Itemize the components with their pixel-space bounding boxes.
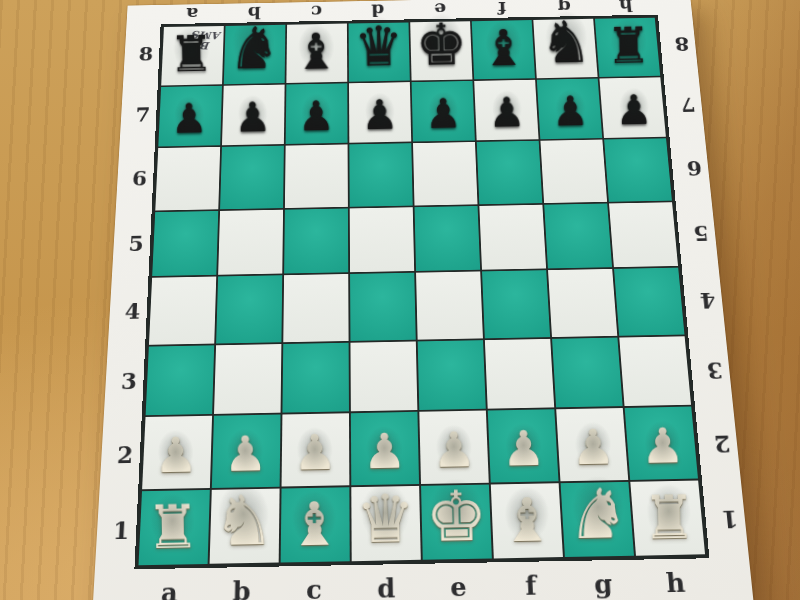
square-e4[interactable] [416, 271, 483, 339]
piece-white-rook[interactable]: ♜ [145, 498, 200, 556]
square-g6[interactable] [540, 140, 607, 203]
square-f3[interactable] [485, 338, 554, 408]
square-a5[interactable] [152, 211, 218, 276]
coordinate-label: 7 [121, 104, 157, 127]
piece-white-king[interactable]: ♚ [425, 484, 488, 551]
square-g3[interactable] [552, 337, 623, 407]
piece-black-pawn[interactable]: ♟ [171, 100, 208, 139]
coordinate-label: 5 [113, 231, 151, 256]
coordinate-label: c [278, 574, 351, 600]
square-e1[interactable]: ♚ [421, 484, 492, 560]
piece-white-rook[interactable]: ♜ [642, 488, 697, 546]
piece-black-bishop[interactable]: ♝ [294, 28, 339, 76]
coordinate-label: 8 [124, 43, 160, 66]
square-d6[interactable] [349, 143, 412, 206]
piece-black-queen[interactable]: ♛ [354, 21, 404, 74]
piece-white-pawn[interactable]: ♟ [293, 430, 337, 477]
piece-white-bishop[interactable]: ♝ [500, 491, 555, 549]
piece-black-pawn[interactable]: ♟ [425, 95, 462, 134]
square-e5[interactable] [415, 206, 481, 271]
piece-black-knight[interactable]: ♞ [228, 21, 280, 76]
square-a1[interactable]: ♜ [139, 489, 210, 565]
piece-black-pawn[interactable]: ♟ [361, 96, 398, 135]
piece-white-knight[interactable]: ♞ [212, 488, 275, 555]
coordinate-label: 1 [96, 516, 137, 545]
coordinate-label: 6 [117, 166, 154, 190]
square-b1[interactable]: ♞ [210, 488, 280, 564]
square-f4[interactable] [482, 270, 550, 338]
square-e8[interactable]: ♚ [410, 21, 472, 80]
square-a7[interactable]: ♟ [158, 85, 222, 146]
square-d5[interactable] [350, 207, 414, 272]
square-g5[interactable] [544, 203, 612, 268]
piece-white-bishop[interactable]: ♝ [287, 495, 342, 553]
square-b3[interactable] [214, 344, 281, 414]
square-c7[interactable]: ♟ [286, 83, 348, 144]
square-b4[interactable] [216, 275, 282, 343]
square-b5[interactable] [218, 209, 283, 274]
piece-black-pawn[interactable]: ♟ [488, 94, 525, 133]
square-d8[interactable]: ♛ [349, 22, 410, 81]
square-c1[interactable]: ♝ [281, 487, 350, 563]
coordinate-label: 7 [665, 93, 702, 116]
square-a4[interactable] [149, 277, 216, 345]
square-f5[interactable] [479, 204, 546, 269]
piece-black-knight[interactable]: ♞ [540, 15, 592, 70]
square-g4[interactable] [548, 269, 617, 337]
square-a6[interactable] [155, 147, 220, 210]
square-f6[interactable] [477, 141, 543, 204]
table-scene: abcdefgh 87654321 ♜B AMS♞♝♛♚♝♞♜♟♟♟♟♟♟♟♟♟… [0, 0, 800, 600]
chess-mat: abcdefgh 87654321 ♜B AMS♞♝♛♚♝♞♜♟♟♟♟♟♟♟♟♟… [92, 0, 754, 600]
square-f7[interactable]: ♟ [474, 79, 538, 140]
square-d3[interactable] [350, 341, 417, 411]
piece-white-queen[interactable]: ♛ [355, 488, 415, 552]
square-b7[interactable]: ♟ [222, 84, 285, 145]
square-c8[interactable]: ♝ [286, 24, 347, 83]
square-c4[interactable] [283, 274, 348, 342]
square-a8[interactable]: ♜B AMS [161, 26, 224, 85]
board: ♜B AMS♞♝♛♚♝♞♜♟♟♟♟♟♟♟♟♟♟♟♟♟♟♟♟♜♞♝♛♚♝♞♜ [134, 15, 709, 570]
square-b8[interactable]: ♞ [224, 25, 286, 84]
piece-black-rook[interactable]: ♜ [169, 30, 214, 78]
square-f1[interactable]: ♝ [491, 483, 563, 559]
coordinate-label: 3 [105, 368, 144, 395]
coordinate-label: 5 [677, 220, 716, 245]
square-c3[interactable] [282, 342, 349, 412]
square-h8[interactable]: ♜ [595, 18, 660, 77]
square-f8[interactable]: ♝ [472, 20, 535, 79]
square-h7[interactable]: ♟ [599, 77, 665, 138]
square-d4[interactable] [350, 273, 416, 341]
square-h5[interactable] [609, 202, 678, 267]
square-e3[interactable] [418, 340, 486, 410]
coordinate-label: f [494, 570, 568, 600]
piece-black-pawn[interactable]: ♟ [552, 92, 589, 131]
square-b6[interactable] [220, 146, 284, 209]
piece-black-king[interactable]: ♚ [415, 18, 467, 73]
coordinate-label: 3 [690, 357, 730, 384]
square-g7[interactable]: ♟ [537, 78, 602, 139]
square-e7[interactable]: ♟ [412, 81, 475, 142]
square-e6[interactable] [413, 142, 477, 205]
coordinate-label: 2 [101, 441, 141, 469]
coordinate-label: h [638, 567, 713, 598]
square-g1[interactable]: ♞ [561, 481, 634, 557]
coordinate-label: 2 [697, 429, 738, 457]
square-h1[interactable]: ♜ [630, 480, 705, 556]
piece-white-pawn[interactable]: ♟ [502, 426, 546, 473]
piece-black-pawn[interactable]: ♟ [298, 97, 335, 136]
square-g8[interactable]: ♞ [533, 19, 597, 78]
piece-white-pawn[interactable]: ♟ [641, 424, 685, 471]
square-h4[interactable] [614, 268, 684, 336]
coordinate-label: 4 [684, 288, 723, 314]
piece-black-rook[interactable]: ♜ [606, 22, 651, 70]
piece-black-bishop[interactable]: ♝ [481, 24, 526, 72]
square-d7[interactable]: ♟ [349, 82, 411, 143]
square-c5[interactable] [284, 208, 348, 273]
coordinate-label: d [350, 573, 423, 600]
coordinate-label: a [132, 577, 205, 600]
piece-black-pawn[interactable]: ♟ [615, 91, 652, 130]
square-c6[interactable] [285, 144, 348, 207]
coordinate-label: g [566, 569, 640, 600]
coordinate-label: 8 [660, 33, 697, 56]
square-a3[interactable] [146, 345, 215, 415]
coordinate-label: 6 [671, 156, 709, 180]
coordinate-label: b [205, 575, 278, 600]
piece-black-pawn[interactable]: ♟ [234, 98, 271, 137]
coordinate-label: 4 [109, 299, 147, 325]
square-h3[interactable] [619, 336, 691, 406]
square-d1[interactable]: ♛ [351, 485, 421, 561]
coordinate-label: 1 [704, 505, 746, 534]
piece-white-knight[interactable]: ♞ [567, 481, 630, 548]
piece-white-pawn[interactable]: ♟ [154, 433, 198, 480]
coordinate-label: e [422, 571, 495, 600]
square-h6[interactable] [604, 138, 672, 201]
